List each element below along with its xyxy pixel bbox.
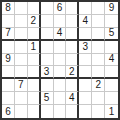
cell-r8c8-empty[interactable] [92,92,105,105]
cell-r9c4-empty[interactable] [41,105,54,118]
cell-r5c3-empty[interactable] [28,54,41,67]
cell-r6c6-given: 2 [66,66,79,79]
cell-r3c6-empty[interactable] [66,28,79,41]
cell-r2c7-given: 4 [79,15,92,28]
cell-r4c3-given: 1 [28,41,41,54]
cell-r5c5-empty[interactable] [54,54,67,67]
cell-r9c9-given: 1 [105,105,118,118]
cell-r1c6-empty[interactable] [66,2,79,15]
cell-r1c4-empty[interactable] [41,2,54,15]
cell-r4c1-empty[interactable] [2,41,15,54]
cell-r6c5-empty[interactable] [54,66,67,79]
cell-r7c7-empty[interactable] [79,79,92,92]
cell-r5c7-empty[interactable] [79,54,92,67]
cell-r8c5-empty[interactable] [54,92,67,105]
cell-r2c4-empty[interactable] [41,15,54,28]
cell-r8c3-empty[interactable] [28,92,41,105]
cell-r9c8-empty[interactable] [92,105,105,118]
cell-r8c1-empty[interactable] [2,92,15,105]
cell-r2c8-empty[interactable] [92,15,105,28]
cell-r8c2-empty[interactable] [15,92,28,105]
cell-r3c7-empty[interactable] [79,28,92,41]
cell-r5c1-given: 9 [2,54,15,67]
sudoku-board: 86924745139432725461 [0,0,120,120]
cell-r2c3-given: 2 [28,15,41,28]
cell-r4c6-empty[interactable] [66,41,79,54]
cell-r6c8-empty[interactable] [92,66,105,79]
cell-r6c4-given: 3 [41,66,54,79]
cell-r7c1-empty[interactable] [2,79,15,92]
cell-r6c7-empty[interactable] [79,66,92,79]
cell-r9c3-empty[interactable] [28,105,41,118]
cell-r1c1-given: 8 [2,2,15,15]
cell-r1c8-empty[interactable] [92,2,105,15]
cell-r4c5-empty[interactable] [54,41,67,54]
cell-r6c1-empty[interactable] [2,66,15,79]
cell-r2c2-empty[interactable] [15,15,28,28]
cell-r1c9-given: 9 [105,2,118,15]
cell-r3c2-empty[interactable] [15,28,28,41]
cell-r4c7-given: 3 [79,41,92,54]
cell-r2c9-empty[interactable] [105,15,118,28]
cell-r5c4-empty[interactable] [41,54,54,67]
cell-r5c2-empty[interactable] [15,54,28,67]
cell-r4c9-empty[interactable] [105,41,118,54]
cell-r7c2-given: 7 [15,79,28,92]
cell-r1c3-empty[interactable] [28,2,41,15]
cell-r3c1-given: 7 [2,28,15,41]
cell-r8c4-given: 5 [41,92,54,105]
cell-r9c5-empty[interactable] [54,105,67,118]
cell-r3c3-empty[interactable] [28,28,41,41]
cell-r7c3-empty[interactable] [28,79,41,92]
cell-r6c9-empty[interactable] [105,66,118,79]
cell-r6c2-empty[interactable] [15,66,28,79]
cell-r9c2-empty[interactable] [15,105,28,118]
cell-r4c2-empty[interactable] [15,41,28,54]
cell-r9c6-empty[interactable] [66,105,79,118]
cell-r7c4-empty[interactable] [41,79,54,92]
cell-r4c4-empty[interactable] [41,41,54,54]
cell-r5c6-empty[interactable] [66,54,79,67]
cell-r3c4-empty[interactable] [41,28,54,41]
cell-r1c2-empty[interactable] [15,2,28,15]
cell-r8c7-empty[interactable] [79,92,92,105]
cell-r9c7-empty[interactable] [79,105,92,118]
cell-r8c6-given: 4 [66,92,79,105]
cell-r3c8-empty[interactable] [92,28,105,41]
cell-r7c8-given: 2 [92,79,105,92]
cell-r2c1-empty[interactable] [2,15,15,28]
cell-r2c6-empty[interactable] [66,15,79,28]
cell-r6c3-empty[interactable] [28,66,41,79]
cell-r1c5-given: 6 [54,2,67,15]
cell-r2c5-empty[interactable] [54,15,67,28]
cell-r7c9-empty[interactable] [105,79,118,92]
cell-r9c1-given: 6 [2,105,15,118]
cell-r5c8-empty[interactable] [92,54,105,67]
cell-r5c9-given: 4 [105,54,118,67]
cell-r3c5-given: 4 [54,28,67,41]
cell-r3c9-given: 5 [105,28,118,41]
cell-r1c7-empty[interactable] [79,2,92,15]
cell-r7c6-empty[interactable] [66,79,79,92]
cell-r7c5-empty[interactable] [54,79,67,92]
cell-r8c9-empty[interactable] [105,92,118,105]
cell-r4c8-empty[interactable] [92,41,105,54]
